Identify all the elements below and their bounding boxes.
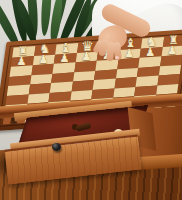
- drawer-knob[interactable]: [52, 143, 61, 151]
- storage-drawer[interactable]: [0, 0, 182, 200]
- chess-set-photo: ♜♞♝♛♚♝♞♜♟♟♟♟♟♟♟♟♟♟♟♟♟♟♟♟♜♞♝♛♚♝♞♜: [0, 0, 182, 200]
